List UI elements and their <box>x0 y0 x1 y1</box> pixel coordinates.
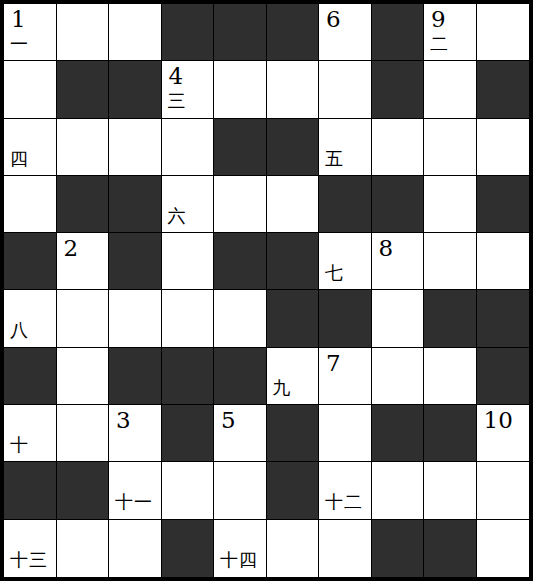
open-cell-r6c8[interactable] <box>372 290 425 347</box>
open-cell-r3c2[interactable] <box>57 119 110 176</box>
open-cell-r7c9[interactable] <box>424 348 477 405</box>
open-cell-r7c7[interactable]: 7 <box>319 348 372 405</box>
blocked-cell-r4c3 <box>109 176 162 233</box>
crossword-grid: 1一69二4三四五六2七8八九7十3510十一十二十三十四 <box>4 4 529 577</box>
blocked-cell-r6c9 <box>424 290 477 347</box>
open-cell-r7c8[interactable] <box>372 348 425 405</box>
blocked-cell-r10c8 <box>372 520 425 577</box>
open-cell-r3c1[interactable]: 四 <box>4 119 57 176</box>
open-cell-r4c6[interactable] <box>267 176 320 233</box>
open-cell-r2c7[interactable] <box>319 61 372 118</box>
open-cell-r10c5[interactable]: 十四 <box>214 520 267 577</box>
open-cell-r4c4[interactable]: 六 <box>162 176 215 233</box>
open-cell-r1c9[interactable]: 9二 <box>424 4 477 61</box>
open-cell-r5c8[interactable]: 8 <box>372 233 425 290</box>
clue-number-chinese: 十三 <box>10 549 48 571</box>
clue-number-chinese: 四 <box>10 148 29 170</box>
clue-number-chinese: 七 <box>325 262 344 284</box>
open-cell-r10c7[interactable] <box>319 520 372 577</box>
open-cell-r10c1[interactable]: 十三 <box>4 520 57 577</box>
open-cell-r8c1[interactable]: 十 <box>4 405 57 462</box>
blocked-cell-r3c5 <box>214 119 267 176</box>
clue-number-chinese: 二 <box>430 33 449 55</box>
open-cell-r6c1[interactable]: 八 <box>4 290 57 347</box>
open-cell-r9c9[interactable] <box>424 462 477 519</box>
open-cell-r3c9[interactable] <box>424 119 477 176</box>
open-cell-r5c2[interactable]: 2 <box>57 233 110 290</box>
open-cell-r1c3[interactable] <box>109 4 162 61</box>
open-cell-r6c2[interactable] <box>57 290 110 347</box>
crossword-board: 1一69二4三四五六2七8八九7十3510十一十二十三十四 <box>0 0 533 581</box>
blocked-cell-r8c6 <box>267 405 320 462</box>
blocked-cell-r7c10 <box>477 348 530 405</box>
blocked-cell-r4c10 <box>477 176 530 233</box>
clue-number-arabic: 8 <box>379 236 394 261</box>
clue-number-chinese: 八 <box>10 319 29 341</box>
clue-number-chinese: 十 <box>10 434 29 456</box>
blocked-cell-r8c9 <box>424 405 477 462</box>
clue-number-chinese: 五 <box>325 148 344 170</box>
open-cell-r1c10[interactable] <box>477 4 530 61</box>
blocked-cell-r1c5 <box>214 4 267 61</box>
open-cell-r3c4[interactable] <box>162 119 215 176</box>
blocked-cell-r5c3 <box>109 233 162 290</box>
open-cell-r9c8[interactable] <box>372 462 425 519</box>
blocked-cell-r2c8 <box>372 61 425 118</box>
blocked-cell-r4c2 <box>57 176 110 233</box>
blocked-cell-r2c2 <box>57 61 110 118</box>
open-cell-r2c6[interactable] <box>267 61 320 118</box>
clue-number-chinese: 十四 <box>220 549 258 571</box>
open-cell-r8c2[interactable] <box>57 405 110 462</box>
blocked-cell-r5c6 <box>267 233 320 290</box>
blocked-cell-r7c4 <box>162 348 215 405</box>
clue-number-arabic: 2 <box>64 236 79 261</box>
open-cell-r2c9[interactable] <box>424 61 477 118</box>
blocked-cell-r6c6 <box>267 290 320 347</box>
blocked-cell-r9c6 <box>267 462 320 519</box>
blocked-cell-r1c6 <box>267 4 320 61</box>
blocked-cell-r10c4 <box>162 520 215 577</box>
clue-number-chinese: 九 <box>273 377 292 399</box>
clue-number-chinese: 一 <box>10 33 29 55</box>
clue-number-arabic: 7 <box>326 351 341 376</box>
open-cell-r9c7[interactable]: 十二 <box>319 462 372 519</box>
open-cell-r10c6[interactable] <box>267 520 320 577</box>
blocked-cell-r1c8 <box>372 4 425 61</box>
clue-number-arabic: 3 <box>116 408 131 433</box>
open-cell-r2c4[interactable]: 4三 <box>162 61 215 118</box>
open-cell-r3c10[interactable] <box>477 119 530 176</box>
open-cell-r9c10[interactable] <box>477 462 530 519</box>
blocked-cell-r9c1 <box>4 462 57 519</box>
blocked-cell-r9c2 <box>57 462 110 519</box>
open-cell-r2c1[interactable] <box>4 61 57 118</box>
open-cell-r4c1[interactable] <box>4 176 57 233</box>
clue-number-arabic: 5 <box>221 408 236 433</box>
open-cell-r1c2[interactable] <box>57 4 110 61</box>
blocked-cell-r2c3 <box>109 61 162 118</box>
open-cell-r1c7[interactable]: 6 <box>319 4 372 61</box>
blocked-cell-r7c3 <box>109 348 162 405</box>
open-cell-r9c4[interactable] <box>162 462 215 519</box>
open-cell-r10c10[interactable] <box>477 520 530 577</box>
open-cell-r8c3[interactable]: 3 <box>109 405 162 462</box>
open-cell-r3c3[interactable] <box>109 119 162 176</box>
open-cell-r4c5[interactable] <box>214 176 267 233</box>
blocked-cell-r5c1 <box>4 233 57 290</box>
open-cell-r10c2[interactable] <box>57 520 110 577</box>
blocked-cell-r7c5 <box>214 348 267 405</box>
open-cell-r6c3[interactable] <box>109 290 162 347</box>
open-cell-r4c9[interactable] <box>424 176 477 233</box>
open-cell-r5c10[interactable] <box>477 233 530 290</box>
clue-number-chinese: 六 <box>168 205 187 227</box>
blocked-cell-r3c6 <box>267 119 320 176</box>
blocked-cell-r2c10 <box>477 61 530 118</box>
blocked-cell-r6c7 <box>319 290 372 347</box>
clue-number-arabic: 10 <box>484 408 513 433</box>
blocked-cell-r8c4 <box>162 405 215 462</box>
open-cell-r2c5[interactable] <box>214 61 267 118</box>
clue-number-arabic: 1 <box>11 7 26 32</box>
blocked-cell-r8c8 <box>372 405 425 462</box>
open-cell-r8c5[interactable]: 5 <box>214 405 267 462</box>
clue-number-arabic: 4 <box>169 64 184 89</box>
open-cell-r6c5[interactable] <box>214 290 267 347</box>
blocked-cell-r6c10 <box>477 290 530 347</box>
open-cell-r8c10[interactable]: 10 <box>477 405 530 462</box>
open-cell-r7c6[interactable]: 九 <box>267 348 320 405</box>
blocked-cell-r1c4 <box>162 4 215 61</box>
open-cell-r9c3[interactable]: 十一 <box>109 462 162 519</box>
open-cell-r7c2[interactable] <box>57 348 110 405</box>
open-cell-r5c9[interactable] <box>424 233 477 290</box>
open-cell-r5c4[interactable] <box>162 233 215 290</box>
open-cell-r3c7[interactable]: 五 <box>319 119 372 176</box>
clue-number-arabic: 9 <box>431 7 446 32</box>
open-cell-r9c5[interactable] <box>214 462 267 519</box>
blocked-cell-r4c7 <box>319 176 372 233</box>
blocked-cell-r5c5 <box>214 233 267 290</box>
open-cell-r1c1[interactable]: 1一 <box>4 4 57 61</box>
open-cell-r8c7[interactable] <box>319 405 372 462</box>
clue-number-chinese: 十二 <box>325 491 363 513</box>
open-cell-r5c7[interactable]: 七 <box>319 233 372 290</box>
clue-number-chinese: 十一 <box>115 491 153 513</box>
open-cell-r6c4[interactable] <box>162 290 215 347</box>
blocked-cell-r7c1 <box>4 348 57 405</box>
blocked-cell-r10c9 <box>424 520 477 577</box>
clue-number-chinese: 三 <box>168 90 187 112</box>
clue-number-arabic: 6 <box>326 7 341 32</box>
open-cell-r10c3[interactable] <box>109 520 162 577</box>
blocked-cell-r4c8 <box>372 176 425 233</box>
open-cell-r3c8[interactable] <box>372 119 425 176</box>
